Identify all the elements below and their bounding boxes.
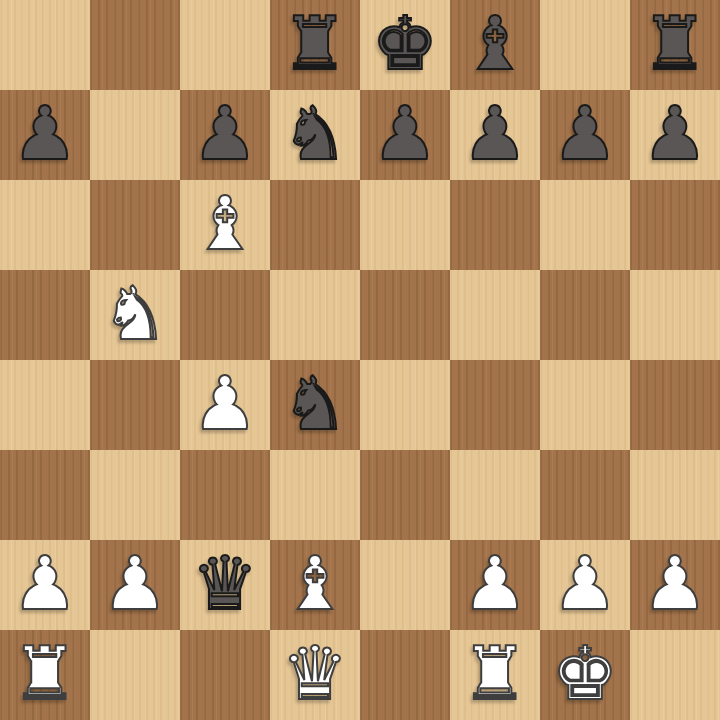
- square-d5[interactable]: [270, 270, 360, 360]
- square-c2[interactable]: ♛: [180, 540, 270, 630]
- piece-black-queen[interactable]: ♛: [192, 546, 258, 620]
- square-a7[interactable]: ♟: [0, 90, 90, 180]
- square-g6[interactable]: [540, 180, 630, 270]
- square-e7[interactable]: ♟: [360, 90, 450, 180]
- piece-white-bishop[interactable]: ♝: [192, 186, 258, 260]
- square-e5[interactable]: [360, 270, 450, 360]
- square-c6[interactable]: ♝: [180, 180, 270, 270]
- piece-white-pawn[interactable]: ♟: [462, 546, 528, 620]
- square-c8[interactable]: [180, 0, 270, 90]
- piece-white-pawn[interactable]: ♟: [552, 546, 618, 620]
- square-f2[interactable]: ♟: [450, 540, 540, 630]
- square-c3[interactable]: [180, 450, 270, 540]
- square-g3[interactable]: [540, 450, 630, 540]
- square-c7[interactable]: ♟: [180, 90, 270, 180]
- square-a3[interactable]: [0, 450, 90, 540]
- square-f5[interactable]: [450, 270, 540, 360]
- piece-white-pawn[interactable]: ♟: [192, 366, 258, 440]
- square-c4[interactable]: ♟: [180, 360, 270, 450]
- square-a2[interactable]: ♟: [0, 540, 90, 630]
- square-g2[interactable]: ♟: [540, 540, 630, 630]
- piece-black-knight[interactable]: ♞: [282, 96, 348, 170]
- square-b6[interactable]: [90, 180, 180, 270]
- piece-white-king[interactable]: ♚: [552, 636, 618, 710]
- piece-white-pawn[interactable]: ♟: [12, 546, 78, 620]
- square-h4[interactable]: [630, 360, 720, 450]
- piece-black-rook[interactable]: ♜: [642, 6, 708, 80]
- square-g8[interactable]: [540, 0, 630, 90]
- square-f8[interactable]: ♝: [450, 0, 540, 90]
- square-a4[interactable]: [0, 360, 90, 450]
- piece-white-pawn[interactable]: ♟: [642, 546, 708, 620]
- square-b7[interactable]: [90, 90, 180, 180]
- square-g7[interactable]: ♟: [540, 90, 630, 180]
- square-e4[interactable]: [360, 360, 450, 450]
- square-d8[interactable]: ♜: [270, 0, 360, 90]
- square-b3[interactable]: [90, 450, 180, 540]
- square-b2[interactable]: ♟: [90, 540, 180, 630]
- piece-white-queen[interactable]: ♛: [282, 636, 348, 710]
- square-f7[interactable]: ♟: [450, 90, 540, 180]
- square-c1[interactable]: [180, 630, 270, 720]
- square-e2[interactable]: [360, 540, 450, 630]
- square-e8[interactable]: ♚: [360, 0, 450, 90]
- square-g4[interactable]: [540, 360, 630, 450]
- piece-black-pawn[interactable]: ♟: [552, 96, 618, 170]
- chess-board: ♜♚♝♜♟♟♞♟♟♟♟♝♞♟♞♟♟♛♝♟♟♟♜♛♜♚: [0, 0, 720, 720]
- square-d6[interactable]: [270, 180, 360, 270]
- piece-white-bishop[interactable]: ♝: [282, 546, 348, 620]
- piece-black-pawn[interactable]: ♟: [642, 96, 708, 170]
- square-h5[interactable]: [630, 270, 720, 360]
- piece-white-pawn[interactable]: ♟: [102, 546, 168, 620]
- piece-white-knight[interactable]: ♞: [102, 276, 168, 350]
- square-a6[interactable]: [0, 180, 90, 270]
- square-b1[interactable]: [90, 630, 180, 720]
- square-g1[interactable]: ♚: [540, 630, 630, 720]
- square-c5[interactable]: [180, 270, 270, 360]
- square-d2[interactable]: ♝: [270, 540, 360, 630]
- square-h8[interactable]: ♜: [630, 0, 720, 90]
- piece-black-pawn[interactable]: ♟: [372, 96, 438, 170]
- piece-black-bishop[interactable]: ♝: [462, 6, 528, 80]
- piece-black-pawn[interactable]: ♟: [12, 96, 78, 170]
- square-a5[interactable]: [0, 270, 90, 360]
- square-h6[interactable]: [630, 180, 720, 270]
- square-d4[interactable]: ♞: [270, 360, 360, 450]
- piece-black-king[interactable]: ♚: [372, 6, 438, 80]
- square-a1[interactable]: ♜: [0, 630, 90, 720]
- square-h2[interactable]: ♟: [630, 540, 720, 630]
- square-f4[interactable]: [450, 360, 540, 450]
- piece-white-rook[interactable]: ♜: [12, 636, 78, 710]
- square-h3[interactable]: [630, 450, 720, 540]
- square-e3[interactable]: [360, 450, 450, 540]
- square-b5[interactable]: ♞: [90, 270, 180, 360]
- square-d3[interactable]: [270, 450, 360, 540]
- piece-black-pawn[interactable]: ♟: [192, 96, 258, 170]
- piece-black-pawn[interactable]: ♟: [462, 96, 528, 170]
- square-b4[interactable]: [90, 360, 180, 450]
- piece-black-knight[interactable]: ♞: [282, 366, 348, 440]
- square-f6[interactable]: [450, 180, 540, 270]
- square-g5[interactable]: [540, 270, 630, 360]
- square-h7[interactable]: ♟: [630, 90, 720, 180]
- square-e6[interactable]: [360, 180, 450, 270]
- square-f3[interactable]: [450, 450, 540, 540]
- square-b8[interactable]: [90, 0, 180, 90]
- square-h1[interactable]: [630, 630, 720, 720]
- square-d7[interactable]: ♞: [270, 90, 360, 180]
- piece-black-rook[interactable]: ♜: [282, 6, 348, 80]
- square-e1[interactable]: [360, 630, 450, 720]
- square-a8[interactable]: [0, 0, 90, 90]
- piece-white-rook[interactable]: ♜: [462, 636, 528, 710]
- square-d1[interactable]: ♛: [270, 630, 360, 720]
- square-f1[interactable]: ♜: [450, 630, 540, 720]
